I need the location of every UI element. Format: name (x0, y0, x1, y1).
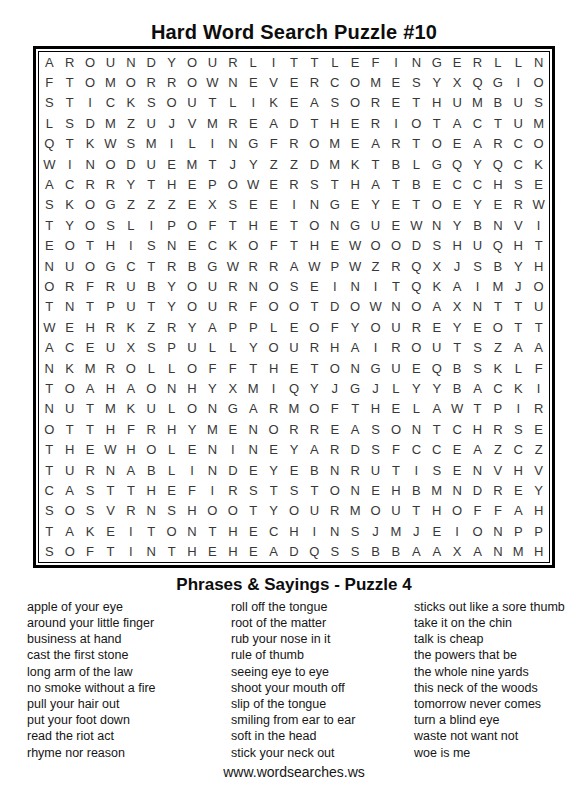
grid-cell: E (447, 52, 467, 72)
grid-cell: N (345, 276, 365, 296)
grid-cell: T (39, 521, 59, 541)
grid-cell: M (141, 134, 161, 154)
grid-cell: U (528, 297, 548, 317)
grid-cell: F (325, 399, 345, 419)
grid-cell: K (80, 521, 100, 541)
grid-cell: R (100, 174, 120, 194)
grid-cell: O (447, 501, 467, 521)
grid-cell: N (304, 195, 324, 215)
grid-cell: Y (406, 378, 426, 398)
grid-cell: T (60, 419, 80, 439)
grid-cell: Q (39, 134, 59, 154)
grid-cell: G (100, 256, 120, 276)
grid-cell: B (467, 215, 487, 235)
word-list-column: roll off the tongueroot of the matterrub… (231, 599, 414, 761)
grid-cell: R (121, 501, 141, 521)
grid-cell: T (304, 358, 324, 378)
grid-cell: R (100, 276, 120, 296)
grid-cell: O (182, 52, 202, 72)
grid-cell: N (39, 358, 59, 378)
grid-cell: B (447, 358, 467, 378)
grid-cell: O (345, 297, 365, 317)
grid-cell: R (223, 113, 243, 133)
grid-cell: B (141, 276, 161, 296)
grid-cell: L (406, 154, 426, 174)
grid-cell: O (182, 399, 202, 419)
grid-cell: W (447, 399, 467, 419)
grid-cell: R (406, 317, 426, 337)
grid-cell: L (161, 460, 181, 480)
grid-cell: A (447, 276, 467, 296)
grid-cell: Q (304, 541, 324, 561)
grid-cell: C (202, 236, 222, 256)
grid-cell: H (223, 541, 243, 561)
grid-cell: F (263, 236, 283, 256)
grid-cell: O (39, 419, 59, 439)
grid-cell: T (39, 215, 59, 235)
grid-cell: W (345, 256, 365, 276)
grid-cell: T (345, 399, 365, 419)
grid-cell: W (202, 72, 222, 92)
word-list: apple of your eyearound your little fing… (27, 599, 588, 761)
word-list-item: soft in the head (231, 728, 414, 744)
grid-cell: D (304, 154, 324, 174)
grid-cell: R (304, 419, 324, 439)
grid-cell: E (182, 439, 202, 459)
grid-cell: F (39, 72, 59, 92)
grid-cell: E (243, 460, 263, 480)
grid-cell: B (141, 460, 161, 480)
grid-cell: T (427, 113, 447, 133)
grid-cell: O (528, 276, 548, 296)
word-list-item: seeing eye to eye (231, 664, 414, 680)
grid-cell: I (508, 72, 528, 92)
grid-cell: O (304, 134, 324, 154)
grid-cell: O (528, 134, 548, 154)
grid-cell: O (80, 195, 100, 215)
grid-cell: O (121, 72, 141, 92)
grid-cell: T (161, 541, 181, 561)
grid-cell: I (284, 195, 304, 215)
grid-cell: M (202, 113, 222, 133)
word-list-item: turn a blind eye (414, 712, 588, 728)
grid-cell: T (141, 256, 161, 276)
grid-cell: O (325, 480, 345, 500)
grid-cell: A (508, 337, 528, 357)
grid-cell: K (60, 358, 80, 378)
grid-cell: A (406, 541, 426, 561)
grid-cell: E (325, 419, 345, 439)
grid-cell: C (488, 378, 508, 398)
grid-cell: N (141, 501, 161, 521)
grid-cell: A (284, 256, 304, 276)
grid-cell: O (141, 378, 161, 398)
grid-cell: E (365, 480, 385, 500)
grid-cell: N (386, 297, 406, 317)
grid-cell: U (202, 52, 222, 72)
grid-cell: O (182, 276, 202, 296)
grid-cell: T (325, 174, 345, 194)
grid-cell: E (427, 317, 447, 337)
grid-cell: L (161, 358, 181, 378)
grid-cell: R (223, 52, 243, 72)
grid-cell: L (223, 93, 243, 113)
grid-cell: R (386, 337, 406, 357)
grid-cell: H (263, 358, 283, 378)
grid-cell: N (161, 236, 181, 256)
grid-cell: A (263, 541, 283, 561)
grid-cell: S (223, 195, 243, 215)
grid-cell: O (161, 521, 181, 541)
grid-cell: Y (182, 317, 202, 337)
grid-cell: M (325, 154, 345, 174)
grid-cell: N (80, 154, 100, 174)
grid-cell: Q (284, 378, 304, 398)
grid-cell: E (427, 521, 447, 541)
grid-cell: M (528, 113, 548, 133)
grid-cell: Y (202, 378, 222, 398)
grid-cell: O (406, 337, 426, 357)
grid-cell: T (284, 236, 304, 256)
grid-cell: L (202, 337, 222, 357)
grid-cell: H (121, 439, 141, 459)
grid-cell: O (141, 439, 161, 459)
grid-cell: Z (365, 256, 385, 276)
grid-cell: E (284, 72, 304, 92)
grid-cell: E (243, 195, 263, 215)
grid-cell: E (80, 439, 100, 459)
grid-cell: I (325, 276, 345, 296)
grid-cell: W (304, 256, 324, 276)
grid-cell: C (508, 134, 528, 154)
grid-cell: L (39, 113, 59, 133)
word-list-item: shoot your mouth off (231, 680, 414, 696)
word-list-item: rub your nose in it (231, 631, 414, 647)
grid-cell: T (243, 501, 263, 521)
grid-cell: E (284, 93, 304, 113)
grid-cell: F (121, 419, 141, 439)
grid-cell: V (508, 215, 528, 235)
grid-cell: R (223, 297, 243, 317)
grid-cell: L (161, 399, 181, 419)
word-list-item: waste not want not (414, 728, 588, 744)
grid-cell: S (508, 419, 528, 439)
grid-cell: T (121, 480, 141, 500)
grid-cell: H (60, 439, 80, 459)
grid-cell: U (386, 501, 406, 521)
grid-cell: R (325, 501, 345, 521)
grid-cell: H (508, 236, 528, 256)
grid-cell: C (467, 113, 487, 133)
grid-cell: E (345, 113, 365, 133)
grid-cell: X (121, 337, 141, 357)
grid-cell: Z (161, 195, 181, 215)
grid-cell: R (386, 256, 406, 276)
grid-cell: E (386, 399, 406, 419)
grid-cell: I (60, 154, 80, 174)
grid-cell: U (141, 154, 161, 174)
grid-cell: R (100, 317, 120, 337)
grid-cell: H (345, 174, 365, 194)
grid-cell: Y (161, 52, 181, 72)
grid-cell: A (365, 174, 385, 194)
grid-cell: R (263, 399, 283, 419)
grid-cell: S (284, 480, 304, 500)
grid-cell: Y (284, 439, 304, 459)
grid-cell: S (467, 256, 487, 276)
word-list-item: sticks out like a sore thumb (414, 599, 588, 615)
grid-cell: T (447, 337, 467, 357)
grid-cell: E (345, 195, 365, 215)
grid-cell: U (60, 399, 80, 419)
grid-cell: H (80, 317, 100, 337)
grid-cell: Z (528, 439, 548, 459)
grid-cell: O (182, 358, 202, 378)
grid-cell: A (121, 460, 141, 480)
word-list-item: woe is me (414, 745, 588, 761)
grid-cell: B (304, 460, 324, 480)
grid-cell: T (284, 52, 304, 72)
grid-cell: I (182, 460, 202, 480)
grid-cell: M (100, 113, 120, 133)
word-list-item: long arm of the law (27, 664, 231, 680)
grid-cell: E (386, 195, 406, 215)
word-list-item: pull your hair out (27, 696, 231, 712)
grid-cell: Y (467, 195, 487, 215)
grid-cell: L (161, 439, 181, 459)
grid-cell: Q (447, 154, 467, 174)
grid-cell: E (488, 195, 508, 215)
grid-cell: S (467, 358, 487, 378)
grid-cell: S (345, 541, 365, 561)
grid-cell: S (80, 480, 100, 500)
grid-cell: H (243, 215, 263, 235)
grid-cell: R (223, 276, 243, 296)
grid-cell: U (202, 276, 222, 296)
grid-cell: E (182, 174, 202, 194)
grid-cell: A (365, 134, 385, 154)
grid-cell: C (60, 174, 80, 194)
grid-cell: I (386, 113, 406, 133)
board-grid: AROUNDYOURLITTLEFINGERLLNFTOMORROWNEVERC… (39, 52, 549, 562)
grid-cell: O (223, 174, 243, 194)
grid-cell: O (365, 236, 385, 256)
grid-cell: N (161, 378, 181, 398)
grid-cell: H (528, 501, 548, 521)
grid-cell: K (80, 134, 100, 154)
grid-cell: E (243, 541, 263, 561)
grid-cell: O (467, 521, 487, 541)
grid-cell: U (365, 460, 385, 480)
grid-cell: D (406, 236, 426, 256)
grid-cell: R (161, 72, 181, 92)
grid-cell: N (243, 439, 263, 459)
grid-cell: S (427, 236, 447, 256)
grid-cell: R (80, 460, 100, 480)
grid-cell: F (80, 276, 100, 296)
grid-cell: K (488, 358, 508, 378)
grid-cell: S (141, 337, 161, 357)
word-list-item: no smoke without a fire (27, 680, 231, 696)
grid-cell: N (223, 134, 243, 154)
grid-cell: A (345, 337, 365, 357)
word-list-item: put your foot down (27, 712, 231, 728)
grid-cell: A (263, 113, 283, 133)
grid-cell: J (365, 378, 385, 398)
grid-cell: H (182, 501, 202, 521)
grid-cell: P (161, 215, 181, 235)
grid-cell: Q (406, 256, 426, 276)
grid-cell: A (39, 337, 59, 357)
grid-cell: F (202, 215, 222, 235)
grid-cell: S (325, 93, 345, 113)
word-list-item: rule of thumb (231, 647, 414, 663)
grid-cell: K (263, 93, 283, 113)
grid-cell: K (121, 93, 141, 113)
grid-cell: M (80, 358, 100, 378)
grid-cell: R (488, 134, 508, 154)
grid-cell: O (284, 297, 304, 317)
grid-cell: R (304, 72, 324, 92)
grid-cell: O (406, 113, 426, 133)
grid-cell: D (121, 154, 141, 174)
grid-cell: U (427, 337, 447, 357)
grid-cell: G (365, 358, 385, 378)
grid-cell: N (39, 399, 59, 419)
grid-cell: S (39, 93, 59, 113)
grid-cell: T (80, 236, 100, 256)
grid-cell: E (182, 236, 202, 256)
word-list-item: this neck of the woods (414, 680, 588, 696)
grid-cell: E (447, 195, 467, 215)
grid-cell: F (182, 480, 202, 500)
grid-cell: Y (447, 215, 467, 235)
grid-cell: O (427, 134, 447, 154)
grid-cell: T (488, 297, 508, 317)
grid-cell: H (508, 460, 528, 480)
grid-cell: A (528, 337, 548, 357)
grid-cell: Y (345, 317, 365, 337)
page: Hard Word Search Puzzle #10 AROUNDYOURLI… (0, 0, 588, 800)
grid-cell: S (80, 501, 100, 521)
word-list-item: tomorrow never comes (414, 696, 588, 712)
grid-cell: O (60, 501, 80, 521)
grid-cell: S (39, 541, 59, 561)
grid-cell: N (345, 480, 365, 500)
grid-cell: F (202, 358, 222, 378)
grid-cell: D (80, 113, 100, 133)
grid-cell: S (141, 93, 161, 113)
grid-cell: N (223, 72, 243, 92)
grid-cell: O (386, 236, 406, 256)
grid-cell: R (60, 52, 80, 72)
grid-cell: L (243, 52, 263, 72)
grid-cell: O (406, 297, 426, 317)
grid-cell: Z (141, 317, 161, 337)
grid-cell: N (467, 460, 487, 480)
grid-cell: M (365, 72, 385, 92)
grid-cell: T (202, 93, 222, 113)
word-search-board: AROUNDYOURLITTLEFINGERLLNFTOMORROWNEVERC… (33, 46, 555, 568)
grid-cell: Y (508, 256, 528, 276)
grid-cell: H (467, 419, 487, 439)
grid-cell: L (406, 399, 426, 419)
grid-cell: A (467, 378, 487, 398)
grid-cell: J (161, 113, 181, 133)
grid-cell: F (243, 297, 263, 317)
word-list-item: talk is cheap (414, 631, 588, 647)
grid-cell: R (467, 52, 487, 72)
grid-cell: F (488, 501, 508, 521)
grid-cell: A (121, 378, 141, 398)
grid-cell: H (100, 236, 120, 256)
grid-cell: R (508, 195, 528, 215)
grid-cell: T (263, 480, 283, 500)
grid-cell: T (100, 541, 120, 561)
grid-cell: A (427, 297, 447, 317)
grid-cell: N (406, 419, 426, 439)
grid-cell: A (427, 541, 447, 561)
word-list-item: root of the matter (231, 615, 414, 631)
grid-cell: E (386, 93, 406, 113)
grid-cell: R (141, 72, 161, 92)
grid-cell: H (141, 480, 161, 500)
grid-cell: N (202, 460, 222, 480)
grid-cell: T (39, 439, 59, 459)
grid-cell: P (100, 297, 120, 317)
grid-cell: G (243, 134, 263, 154)
grid-cell: T (427, 419, 447, 439)
grid-cell: Y (121, 174, 141, 194)
grid-cell: W (365, 297, 385, 317)
grid-cell: C (60, 337, 80, 357)
grid-cell: H (427, 501, 447, 521)
grid-cell: X (223, 378, 243, 398)
grid-cell: J (406, 521, 426, 541)
grid-cell: O (182, 297, 202, 317)
grid-cell: G (488, 72, 508, 92)
grid-cell: O (60, 236, 80, 256)
grid-cell: R (161, 317, 181, 337)
grid-cell: V (528, 460, 548, 480)
grid-cell: I (447, 521, 467, 541)
grid-cell: O (365, 317, 385, 337)
grid-cell: E (243, 72, 263, 92)
grid-cell: B (488, 93, 508, 113)
grid-cell: Y (304, 378, 324, 398)
grid-cell: E (80, 337, 100, 357)
grid-cell: K (427, 276, 447, 296)
grid-cell: T (39, 297, 59, 317)
grid-cell: T (304, 113, 324, 133)
grid-cell: H (100, 419, 120, 439)
grid-cell: O (345, 93, 365, 113)
grid-cell: O (80, 72, 100, 92)
grid-cell: J (508, 276, 528, 296)
grid-cell: T (80, 399, 100, 419)
grid-cell: T (39, 460, 59, 480)
grid-cell: I (304, 521, 324, 541)
grid-cell: D (284, 113, 304, 133)
grid-cell: T (386, 174, 406, 194)
grid-cell: P (488, 399, 508, 419)
grid-cell: E (39, 236, 59, 256)
grid-cell: Q (467, 72, 487, 92)
grid-cell: I (141, 215, 161, 235)
grid-cell: I (386, 52, 406, 72)
grid-cell: A (80, 378, 100, 398)
grid-cell: L (223, 337, 243, 357)
